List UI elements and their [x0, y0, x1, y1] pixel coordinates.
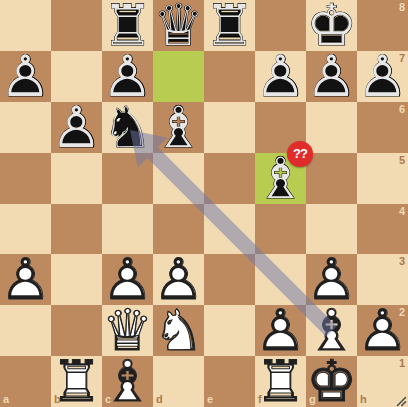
pawn-outline: ♙: [255, 48, 306, 105]
bishop-silhouette: ♝: [102, 353, 153, 407]
rook-silhouette: ♜: [255, 353, 306, 407]
king-silhouette: ♚: [306, 0, 357, 54]
white-pawn-a3[interactable]: ♟♙: [0, 254, 51, 305]
black-pawn-h7[interactable]: ♟♙: [357, 51, 408, 102]
rook-outline: ♖: [255, 353, 306, 407]
square-e8[interactable]: ♜♖: [204, 0, 255, 51]
pawn-silhouette: ♟: [51, 99, 102, 156]
white-queen-c2[interactable]: ♛♕: [102, 305, 153, 356]
white-bishop-c1[interactable]: ♝♗: [102, 356, 153, 407]
knight-outline: ♘: [153, 302, 204, 359]
square-e7[interactable]: [204, 51, 255, 102]
square-h8[interactable]: 8: [357, 0, 408, 51]
white-knight-d2[interactable]: ♞♘: [153, 305, 204, 356]
black-knight-c6[interactable]: ♞♘: [102, 102, 153, 153]
pawn-outline: ♙: [306, 251, 357, 308]
black-pawn-a7[interactable]: ♟♙: [0, 51, 51, 102]
file-label-e: e: [207, 394, 213, 405]
pawn-outline: ♙: [0, 48, 51, 105]
pawn-outline: ♙: [306, 48, 357, 105]
black-pawn-c7[interactable]: ♟♙: [102, 51, 153, 102]
white-rook-b1[interactable]: ♜♖: [51, 356, 102, 407]
white-pawn-d3[interactable]: ♟♙: [153, 254, 204, 305]
knight-silhouette: ♞: [153, 302, 204, 359]
pawn-silhouette: ♟: [153, 251, 204, 308]
black-rook-e8[interactable]: ♜♖: [204, 0, 255, 51]
black-queen-d8[interactable]: ♛♕: [153, 0, 204, 51]
rank-label-6: 6: [399, 104, 405, 115]
square-g8[interactable]: ♚♔: [306, 0, 357, 51]
white-pawn-g3[interactable]: ♟♙: [306, 254, 357, 305]
square-g6[interactable]: [306, 102, 357, 153]
square-e1[interactable]: e: [204, 356, 255, 407]
square-a1[interactable]: a: [0, 356, 51, 407]
square-a6[interactable]: [0, 102, 51, 153]
square-f8[interactable]: [255, 0, 306, 51]
queen-silhouette: ♛: [102, 302, 153, 359]
pawn-silhouette: ♟: [357, 302, 408, 359]
file-label-a: a: [3, 394, 9, 405]
square-d6[interactable]: ♝♗: [153, 102, 204, 153]
white-rook-f1[interactable]: ♜♖: [255, 356, 306, 407]
black-rook-c8[interactable]: ♜♖: [102, 0, 153, 51]
square-f4[interactable]: [255, 204, 306, 255]
bishop-outline: ♗: [102, 353, 153, 407]
square-b5[interactable]: [51, 153, 102, 204]
square-b8[interactable]: [51, 0, 102, 51]
square-d2[interactable]: ♞♘: [153, 305, 204, 356]
square-d5[interactable]: [153, 153, 204, 204]
bishop-outline: ♗: [306, 302, 357, 359]
pawn-silhouette: ♟: [0, 251, 51, 308]
square-a8[interactable]: [0, 0, 51, 51]
square-f2[interactable]: ♟♙: [255, 305, 306, 356]
rook-outline: ♖: [51, 353, 102, 407]
rook-outline: ♖: [102, 0, 153, 54]
black-pawn-f7[interactable]: ♟♙: [255, 51, 306, 102]
square-f1[interactable]: f♜♖: [255, 356, 306, 407]
rook-silhouette: ♜: [204, 0, 255, 54]
square-f7[interactable]: ♟♙: [255, 51, 306, 102]
square-a7[interactable]: ♟♙: [0, 51, 51, 102]
queen-outline: ♕: [153, 0, 204, 54]
white-pawn-c3[interactable]: ♟♙: [102, 254, 153, 305]
rook-outline: ♖: [204, 0, 255, 54]
rank-label-8: 8: [399, 2, 405, 13]
square-g5[interactable]: [306, 153, 357, 204]
square-c8[interactable]: ♜♖: [102, 0, 153, 51]
rank-label-5: 5: [399, 155, 405, 166]
square-d7[interactable]: [153, 51, 204, 102]
pawn-outline: ♙: [357, 48, 408, 105]
rank-label-4: 4: [399, 206, 405, 217]
pawn-silhouette: ♟: [255, 48, 306, 105]
square-e6[interactable]: [204, 102, 255, 153]
square-b1[interactable]: b♜♖: [51, 356, 102, 407]
square-h2[interactable]: 2♟♙: [357, 305, 408, 356]
square-h7[interactable]: 7♟♙: [357, 51, 408, 102]
square-e2[interactable]: [204, 305, 255, 356]
square-h5[interactable]: 5: [357, 153, 408, 204]
black-pawn-b6[interactable]: ♟♙: [51, 102, 102, 153]
white-pawn-h2[interactable]: ♟♙: [357, 305, 408, 356]
pawn-silhouette: ♟: [357, 48, 408, 105]
square-a3[interactable]: ♟♙: [0, 254, 51, 305]
square-f3[interactable]: [255, 254, 306, 305]
square-c6[interactable]: ♞♘: [102, 102, 153, 153]
square-c2[interactable]: ♛♕: [102, 305, 153, 356]
pawn-outline: ♙: [0, 251, 51, 308]
square-g3[interactable]: ♟♙: [306, 254, 357, 305]
square-e4[interactable]: [204, 204, 255, 255]
chess-board: ♜♖♛♕♜♖♚♔8♟♙♟♙♟♙♟♙7♟♙♟♙♞♘♝♗6♝♗54♟♙♟♙♟♙♟♙3…: [0, 0, 408, 407]
square-e5[interactable]: [204, 153, 255, 204]
square-a2[interactable]: [0, 305, 51, 356]
square-c4[interactable]: [102, 204, 153, 255]
black-pawn-g7[interactable]: ♟♙: [306, 51, 357, 102]
square-g7[interactable]: ♟♙: [306, 51, 357, 102]
pawn-silhouette: ♟: [306, 251, 357, 308]
queen-outline: ♕: [102, 302, 153, 359]
square-b2[interactable]: [51, 305, 102, 356]
bishop-silhouette: ♝: [306, 302, 357, 359]
square-c7[interactable]: ♟♙: [102, 51, 153, 102]
square-g1[interactable]: g♚♔: [306, 356, 357, 407]
square-c3[interactable]: ♟♙: [102, 254, 153, 305]
square-h1[interactable]: 1h: [357, 356, 408, 407]
square-d4[interactable]: [153, 204, 204, 255]
square-a5[interactable]: [0, 153, 51, 204]
square-g4[interactable]: [306, 204, 357, 255]
bishop-silhouette: ♝: [153, 99, 204, 156]
pawn-silhouette: ♟: [255, 302, 306, 359]
white-pawn-f2[interactable]: ♟♙: [255, 305, 306, 356]
square-h4[interactable]: 4: [357, 204, 408, 255]
king-outline: ♔: [306, 353, 357, 407]
blunder-badge: ??: [287, 141, 313, 167]
pawn-silhouette: ♟: [0, 48, 51, 105]
king-outline: ♔: [306, 0, 357, 54]
pawn-outline: ♙: [153, 251, 204, 308]
square-b7[interactable]: [51, 51, 102, 102]
file-label-h: h: [360, 394, 367, 405]
bishop-outline: ♗: [153, 99, 204, 156]
rook-silhouette: ♜: [102, 0, 153, 54]
square-c5[interactable]: [102, 153, 153, 204]
square-d8[interactable]: ♛♕: [153, 0, 204, 51]
white-bishop-g2[interactable]: ♝♗: [306, 305, 357, 356]
pawn-silhouette: ♟: [102, 251, 153, 308]
knight-outline: ♘: [102, 99, 153, 156]
white-king-g1[interactable]: ♚♔: [306, 356, 357, 407]
pawn-outline: ♙: [357, 302, 408, 359]
file-label-d: d: [156, 394, 163, 405]
square-b3[interactable]: [51, 254, 102, 305]
square-a4[interactable]: [0, 204, 51, 255]
king-silhouette: ♚: [306, 353, 357, 407]
pawn-outline: ♙: [102, 251, 153, 308]
square-b6[interactable]: ♟♙: [51, 102, 102, 153]
pawn-outline: ♙: [51, 99, 102, 156]
pawn-outline: ♙: [255, 302, 306, 359]
pawn-silhouette: ♟: [102, 48, 153, 105]
square-e3[interactable]: [204, 254, 255, 305]
square-h6[interactable]: 6: [357, 102, 408, 153]
pawn-silhouette: ♟: [306, 48, 357, 105]
square-b4[interactable]: [51, 204, 102, 255]
black-bishop-d6[interactable]: ♝♗: [153, 102, 204, 153]
square-g2[interactable]: ♝♗: [306, 305, 357, 356]
rank-label-1: 1: [399, 358, 405, 369]
rook-silhouette: ♜: [51, 353, 102, 407]
pawn-outline: ♙: [102, 48, 153, 105]
square-h3[interactable]: 3: [357, 254, 408, 305]
black-king-g8[interactable]: ♚♔: [306, 0, 357, 51]
queen-silhouette: ♛: [153, 0, 204, 54]
knight-silhouette: ♞: [102, 99, 153, 156]
rank-label-3: 3: [399, 256, 405, 267]
square-d1[interactable]: d: [153, 356, 204, 407]
square-c1[interactable]: c♝♗: [102, 356, 153, 407]
square-d3[interactable]: ♟♙: [153, 254, 204, 305]
